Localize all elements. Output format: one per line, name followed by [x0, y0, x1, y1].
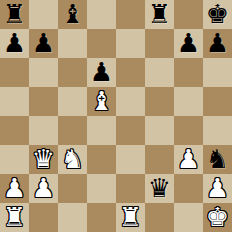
square-f3[interactable] [145, 145, 174, 174]
piece-white-pawn[interactable]: ♟ [3, 174, 26, 203]
square-b8[interactable] [29, 0, 58, 29]
square-h5[interactable] [203, 87, 232, 116]
square-h6[interactable] [203, 58, 232, 87]
square-f8[interactable]: ♜ [145, 0, 174, 29]
square-h4[interactable] [203, 116, 232, 145]
square-e7[interactable] [116, 29, 145, 58]
square-h1[interactable]: ♚ [203, 203, 232, 232]
piece-black-rook[interactable]: ♜ [148, 0, 171, 29]
square-g8[interactable] [174, 0, 203, 29]
piece-black-pawn[interactable]: ♟ [3, 29, 26, 58]
square-a3[interactable] [0, 145, 29, 174]
square-f7[interactable] [145, 29, 174, 58]
square-f6[interactable] [145, 58, 174, 87]
square-a2[interactable]: ♟ [0, 174, 29, 203]
piece-white-pawn[interactable]: ♟ [177, 145, 200, 174]
square-a5[interactable] [0, 87, 29, 116]
square-e8[interactable] [116, 0, 145, 29]
square-d2[interactable] [87, 174, 116, 203]
square-d5[interactable]: ♝ [87, 87, 116, 116]
square-b3[interactable]: ♛ [29, 145, 58, 174]
square-g6[interactable] [174, 58, 203, 87]
piece-white-knight[interactable]: ♞ [61, 145, 84, 174]
square-a4[interactable] [0, 116, 29, 145]
square-b2[interactable]: ♟ [29, 174, 58, 203]
piece-black-rook[interactable]: ♜ [3, 0, 26, 29]
square-g3[interactable]: ♟ [174, 145, 203, 174]
square-d3[interactable] [87, 145, 116, 174]
square-e6[interactable] [116, 58, 145, 87]
square-e1[interactable]: ♜ [116, 203, 145, 232]
piece-black-knight[interactable]: ♞ [206, 145, 229, 174]
square-c6[interactable] [58, 58, 87, 87]
piece-black-pawn[interactable]: ♟ [32, 29, 55, 58]
square-b6[interactable] [29, 58, 58, 87]
square-b7[interactable]: ♟ [29, 29, 58, 58]
square-c5[interactable] [58, 87, 87, 116]
piece-white-pawn[interactable]: ♟ [206, 174, 229, 203]
piece-black-pawn[interactable]: ♟ [177, 29, 200, 58]
square-d6[interactable]: ♟ [87, 58, 116, 87]
piece-black-king[interactable]: ♚ [206, 0, 229, 29]
piece-black-bishop[interactable]: ♝ [61, 0, 84, 29]
square-h8[interactable]: ♚ [203, 0, 232, 29]
square-f1[interactable] [145, 203, 174, 232]
square-c8[interactable]: ♝ [58, 0, 87, 29]
piece-white-rook[interactable]: ♜ [3, 203, 26, 232]
square-a7[interactable]: ♟ [0, 29, 29, 58]
piece-white-queen[interactable]: ♛ [32, 145, 55, 174]
square-a6[interactable] [0, 58, 29, 87]
square-e3[interactable] [116, 145, 145, 174]
square-a1[interactable]: ♜ [0, 203, 29, 232]
piece-white-pawn[interactable]: ♟ [32, 174, 55, 203]
square-b1[interactable] [29, 203, 58, 232]
piece-white-bishop[interactable]: ♝ [90, 87, 113, 116]
square-f4[interactable] [145, 116, 174, 145]
square-h2[interactable]: ♟ [203, 174, 232, 203]
square-e4[interactable] [116, 116, 145, 145]
square-f5[interactable] [145, 87, 174, 116]
square-d7[interactable] [87, 29, 116, 58]
square-b5[interactable] [29, 87, 58, 116]
square-g2[interactable] [174, 174, 203, 203]
piece-white-king[interactable]: ♚ [206, 203, 229, 232]
square-d4[interactable] [87, 116, 116, 145]
square-d1[interactable] [87, 203, 116, 232]
piece-black-pawn[interactable]: ♟ [206, 29, 229, 58]
square-e2[interactable] [116, 174, 145, 203]
piece-white-rook[interactable]: ♜ [119, 203, 142, 232]
square-c4[interactable] [58, 116, 87, 145]
piece-black-pawn[interactable]: ♟ [90, 58, 113, 87]
square-c2[interactable] [58, 174, 87, 203]
square-h3[interactable]: ♞ [203, 145, 232, 174]
square-g5[interactable] [174, 87, 203, 116]
chessboard: ♜♝♜♚♟♟♟♟♟♝♛♞♟♞♟♟♛♟♜♜♚ [0, 0, 232, 232]
square-a8[interactable]: ♜ [0, 0, 29, 29]
square-g1[interactable] [174, 203, 203, 232]
square-h7[interactable]: ♟ [203, 29, 232, 58]
square-g4[interactable] [174, 116, 203, 145]
piece-black-queen[interactable]: ♛ [148, 174, 171, 203]
square-c3[interactable]: ♞ [58, 145, 87, 174]
square-c7[interactable] [58, 29, 87, 58]
square-g7[interactable]: ♟ [174, 29, 203, 58]
square-c1[interactable] [58, 203, 87, 232]
square-e5[interactable] [116, 87, 145, 116]
square-f2[interactable]: ♛ [145, 174, 174, 203]
square-b4[interactable] [29, 116, 58, 145]
square-d8[interactable] [87, 0, 116, 29]
